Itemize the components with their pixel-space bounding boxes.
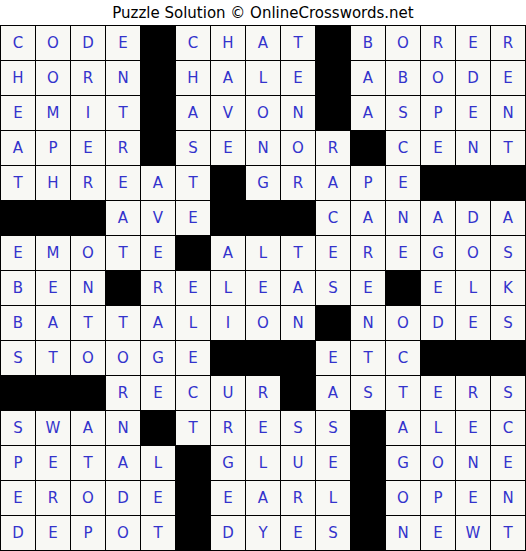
black-cell (246, 341, 281, 376)
letter-cell: R (106, 131, 141, 166)
letter-cell: R (211, 411, 246, 446)
letter-cell: D (456, 201, 491, 236)
letter-cell: B (351, 26, 386, 61)
letter-cell: E (141, 376, 176, 411)
letter-cell: N (386, 516, 421, 551)
black-cell (281, 376, 316, 411)
letter-cell: O (71, 236, 106, 271)
letter-cell: O (36, 26, 71, 61)
letter-cell: W (36, 411, 71, 446)
letter-cell: E (456, 26, 491, 61)
letter-cell: A (386, 411, 421, 446)
letter-cell: B (1, 271, 36, 306)
letter-cell: N (456, 446, 491, 481)
letter-cell: E (491, 446, 526, 481)
letter-cell: R (71, 166, 106, 201)
letter-cell: E (421, 376, 456, 411)
letter-cell: T (106, 306, 141, 341)
black-cell (316, 61, 351, 96)
letter-cell: R (456, 376, 491, 411)
letter-cell: D (421, 306, 456, 341)
letter-cell: A (491, 201, 526, 236)
letter-cell: T (71, 446, 106, 481)
black-cell (176, 481, 211, 516)
letter-cell: N (491, 96, 526, 131)
letter-cell: K (491, 271, 526, 306)
letter-cell: P (36, 131, 71, 166)
black-cell (351, 481, 386, 516)
letter-cell: T (386, 376, 421, 411)
letter-cell: E (421, 516, 456, 551)
letter-cell: T (281, 26, 316, 61)
black-cell (141, 26, 176, 61)
letter-cell: O (246, 306, 281, 341)
letter-cell: M (36, 236, 71, 271)
letter-cell: N (106, 61, 141, 96)
letter-cell: G (421, 236, 456, 271)
letter-cell: A (71, 411, 106, 446)
letter-cell: E (176, 201, 211, 236)
letter-cell: O (456, 236, 491, 271)
letter-cell: R (491, 26, 526, 61)
letter-cell: T (106, 236, 141, 271)
letter-cell: R (281, 166, 316, 201)
letter-cell: N (281, 306, 316, 341)
letter-cell: B (386, 61, 421, 96)
letter-cell: T (281, 236, 316, 271)
letter-cell: S (386, 96, 421, 131)
black-cell (351, 446, 386, 481)
letter-cell: N (456, 131, 491, 166)
black-cell (71, 376, 106, 411)
letter-cell: E (71, 131, 106, 166)
letter-cell: E (141, 236, 176, 271)
letter-cell: E (246, 411, 281, 446)
letter-cell: V (141, 201, 176, 236)
letter-cell: V (211, 96, 246, 131)
letter-cell: C (316, 201, 351, 236)
black-cell (351, 131, 386, 166)
letter-cell: E (1, 96, 36, 131)
letter-cell: T (351, 341, 386, 376)
letter-cell: E (386, 236, 421, 271)
letter-cell: R (281, 481, 316, 516)
letter-cell: E (1, 481, 36, 516)
letter-cell: O (386, 26, 421, 61)
letter-cell: P (71, 516, 106, 551)
letter-cell: R (106, 376, 141, 411)
letter-cell: S (491, 236, 526, 271)
letter-cell: O (106, 341, 141, 376)
letter-cell: S (316, 271, 351, 306)
letter-cell: G (246, 166, 281, 201)
letter-cell: A (421, 201, 456, 236)
black-cell (176, 446, 211, 481)
letter-cell: G (386, 446, 421, 481)
black-cell (71, 201, 106, 236)
black-cell (36, 376, 71, 411)
letter-cell: T (176, 411, 211, 446)
letter-cell: R (71, 61, 106, 96)
black-cell (211, 166, 246, 201)
letter-cell: H (36, 166, 71, 201)
letter-cell: H (211, 26, 246, 61)
letter-cell: E (456, 411, 491, 446)
letter-cell: T (141, 516, 176, 551)
page-title: Puzzle Solution © OnlineCrosswords.net (0, 0, 526, 25)
letter-cell: L (246, 61, 281, 96)
black-cell (316, 96, 351, 131)
black-cell (281, 341, 316, 376)
letter-cell: A (106, 201, 141, 236)
letter-cell: E (106, 26, 141, 61)
letter-cell: O (36, 61, 71, 96)
letter-cell: D (211, 516, 246, 551)
letter-cell: T (176, 166, 211, 201)
letter-cell: B (1, 306, 36, 341)
letter-cell: A (351, 96, 386, 131)
letter-cell: M (36, 96, 71, 131)
letter-cell: A (316, 376, 351, 411)
letter-cell: T (1, 166, 36, 201)
letter-cell: N (71, 271, 106, 306)
letter-cell: S (176, 131, 211, 166)
black-cell (351, 411, 386, 446)
letter-cell: N (351, 306, 386, 341)
black-cell (421, 166, 456, 201)
black-cell (1, 201, 36, 236)
letter-cell: A (351, 61, 386, 96)
letter-cell: O (421, 446, 456, 481)
letter-cell: E (36, 516, 71, 551)
letter-cell: E (36, 446, 71, 481)
letter-cell: A (316, 166, 351, 201)
letter-cell: O (386, 481, 421, 516)
letter-cell: S (351, 376, 386, 411)
black-cell (1, 376, 36, 411)
letter-cell: A (211, 236, 246, 271)
letter-cell: A (141, 166, 176, 201)
letter-cell: P (421, 96, 456, 131)
letter-cell: L (421, 411, 456, 446)
letter-cell: O (386, 306, 421, 341)
black-cell (456, 341, 491, 376)
black-cell (141, 411, 176, 446)
letter-cell: C (1, 26, 36, 61)
letter-cell: R (316, 131, 351, 166)
letter-cell: E (456, 96, 491, 131)
black-cell (316, 26, 351, 61)
letter-cell: E (351, 271, 386, 306)
letter-cell: E (281, 516, 316, 551)
letter-cell: A (1, 131, 36, 166)
letter-cell: S (491, 306, 526, 341)
letter-cell: U (211, 376, 246, 411)
letter-cell: P (421, 481, 456, 516)
letter-cell: I (71, 96, 106, 131)
letter-cell: G (211, 446, 246, 481)
letter-cell: L (141, 446, 176, 481)
letter-cell: E (246, 271, 281, 306)
black-cell (36, 201, 71, 236)
black-cell (211, 341, 246, 376)
letter-cell: E (421, 131, 456, 166)
letter-cell: C (176, 26, 211, 61)
letter-cell: E (281, 61, 316, 96)
letter-cell: E (491, 61, 526, 96)
letter-cell: E (211, 481, 246, 516)
letter-cell: S (1, 341, 36, 376)
letter-cell: D (1, 516, 36, 551)
letter-cell: L (246, 446, 281, 481)
letter-cell: L (176, 306, 211, 341)
letter-cell: A (211, 61, 246, 96)
letter-cell: S (1, 411, 36, 446)
letter-cell: E (456, 481, 491, 516)
letter-cell: N (106, 411, 141, 446)
letter-cell: E (456, 306, 491, 341)
black-cell (246, 201, 281, 236)
letter-cell: C (491, 411, 526, 446)
letter-cell: E (176, 341, 211, 376)
letter-cell: O (71, 341, 106, 376)
letter-cell: A (246, 26, 281, 61)
letter-cell: S (491, 376, 526, 411)
letter-cell: A (176, 96, 211, 131)
letter-cell: O (421, 61, 456, 96)
letter-cell: N (491, 481, 526, 516)
black-cell (211, 201, 246, 236)
letter-cell: R (36, 481, 71, 516)
letter-cell: T (491, 131, 526, 166)
letter-cell: R (141, 271, 176, 306)
letter-cell: T (106, 96, 141, 131)
letter-cell: E (211, 131, 246, 166)
letter-cell: E (106, 166, 141, 201)
letter-cell: D (71, 26, 106, 61)
letter-cell: E (386, 166, 421, 201)
black-cell (281, 201, 316, 236)
black-cell (421, 341, 456, 376)
black-cell (316, 306, 351, 341)
letter-cell: E (316, 236, 351, 271)
letter-cell: I (211, 306, 246, 341)
letter-cell: E (36, 271, 71, 306)
letter-cell: N (386, 201, 421, 236)
letter-cell: R (246, 376, 281, 411)
letter-cell: L (456, 271, 491, 306)
black-cell (141, 96, 176, 131)
letter-cell: E (316, 341, 351, 376)
letter-cell: C (386, 131, 421, 166)
letter-cell: R (351, 236, 386, 271)
black-cell (491, 341, 526, 376)
letter-cell: A (141, 306, 176, 341)
letter-cell: D (106, 481, 141, 516)
letter-cell: E (176, 271, 211, 306)
black-cell (386, 271, 421, 306)
letter-cell: C (386, 341, 421, 376)
letter-cell: R (421, 26, 456, 61)
letter-cell: A (106, 446, 141, 481)
letter-cell: P (351, 166, 386, 201)
letter-cell: P (1, 446, 36, 481)
letter-cell: Y (246, 516, 281, 551)
letter-cell: A (36, 306, 71, 341)
letter-cell: O (246, 96, 281, 131)
letter-cell: E (1, 236, 36, 271)
letter-cell: E (141, 481, 176, 516)
letter-cell: N (281, 96, 316, 131)
black-cell (106, 271, 141, 306)
letter-cell: O (71, 481, 106, 516)
black-cell (491, 166, 526, 201)
letter-cell: A (246, 481, 281, 516)
letter-cell: A (281, 271, 316, 306)
black-cell (456, 166, 491, 201)
crossword-grid: CODECHATBORERHORNHALEABODEEMITAVONASPENA… (0, 25, 526, 551)
letter-cell: S (316, 411, 351, 446)
letter-cell: E (316, 446, 351, 481)
letter-cell: T (36, 341, 71, 376)
letter-cell: G (141, 341, 176, 376)
letter-cell: T (71, 306, 106, 341)
letter-cell: N (246, 131, 281, 166)
letter-cell: S (281, 411, 316, 446)
black-cell (141, 131, 176, 166)
letter-cell: O (281, 131, 316, 166)
letter-cell: L (246, 236, 281, 271)
black-cell (176, 516, 211, 551)
black-cell (141, 61, 176, 96)
letter-cell: D (456, 61, 491, 96)
black-cell (351, 516, 386, 551)
black-cell (176, 236, 211, 271)
letter-cell: W (456, 516, 491, 551)
letter-cell: T (491, 516, 526, 551)
letter-cell: H (1, 61, 36, 96)
letter-cell: L (211, 271, 246, 306)
letter-cell: S (316, 516, 351, 551)
letter-cell: A (351, 201, 386, 236)
letter-cell: C (176, 376, 211, 411)
letter-cell: H (176, 61, 211, 96)
letter-cell: O (106, 516, 141, 551)
letter-cell: U (281, 446, 316, 481)
letter-cell: L (316, 481, 351, 516)
letter-cell: E (421, 271, 456, 306)
